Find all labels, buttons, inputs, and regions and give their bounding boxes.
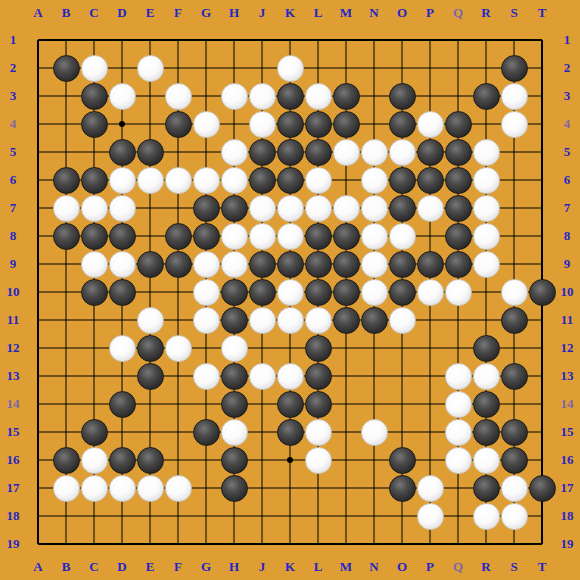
intersection-N5[interactable] bbox=[360, 138, 388, 166]
intersection-P19[interactable] bbox=[416, 530, 444, 558]
intersection-H8[interactable] bbox=[220, 222, 248, 250]
intersection-E5[interactable] bbox=[136, 138, 164, 166]
intersection-K18[interactable] bbox=[276, 502, 304, 530]
intersection-E3[interactable] bbox=[136, 82, 164, 110]
intersection-B16[interactable] bbox=[52, 446, 80, 474]
intersection-B15[interactable] bbox=[52, 418, 80, 446]
intersection-G12[interactable] bbox=[192, 334, 220, 362]
intersection-E2[interactable] bbox=[136, 54, 164, 82]
intersection-A9[interactable] bbox=[24, 250, 52, 278]
intersection-R1[interactable] bbox=[472, 26, 500, 54]
intersection-O9[interactable] bbox=[388, 250, 416, 278]
intersection-C12[interactable] bbox=[80, 334, 108, 362]
intersection-J6[interactable] bbox=[248, 166, 276, 194]
intersection-T5[interactable] bbox=[528, 138, 556, 166]
intersection-H7[interactable] bbox=[220, 194, 248, 222]
intersection-G6[interactable] bbox=[192, 166, 220, 194]
intersection-Q19[interactable] bbox=[444, 530, 472, 558]
intersection-F1[interactable] bbox=[164, 26, 192, 54]
intersection-K6[interactable] bbox=[276, 166, 304, 194]
intersection-M4[interactable] bbox=[332, 110, 360, 138]
intersection-J8[interactable] bbox=[248, 222, 276, 250]
intersection-J13[interactable] bbox=[248, 362, 276, 390]
intersection-E10[interactable] bbox=[136, 278, 164, 306]
intersection-T10[interactable] bbox=[528, 278, 556, 306]
intersection-F18[interactable] bbox=[164, 502, 192, 530]
intersection-C9[interactable] bbox=[80, 250, 108, 278]
intersection-L7[interactable] bbox=[304, 194, 332, 222]
intersection-A11[interactable] bbox=[24, 306, 52, 334]
intersection-C11[interactable] bbox=[80, 306, 108, 334]
intersection-A4[interactable] bbox=[24, 110, 52, 138]
intersection-G3[interactable] bbox=[192, 82, 220, 110]
intersection-C19[interactable] bbox=[80, 530, 108, 558]
intersection-C18[interactable] bbox=[80, 502, 108, 530]
intersection-A3[interactable] bbox=[24, 82, 52, 110]
intersection-R4[interactable] bbox=[472, 110, 500, 138]
intersection-T1[interactable] bbox=[528, 26, 556, 54]
intersection-K8[interactable] bbox=[276, 222, 304, 250]
intersection-O11[interactable] bbox=[388, 306, 416, 334]
intersection-J1[interactable] bbox=[248, 26, 276, 54]
intersection-O3[interactable] bbox=[388, 82, 416, 110]
intersection-F11[interactable] bbox=[164, 306, 192, 334]
intersection-D16[interactable] bbox=[108, 446, 136, 474]
intersection-B9[interactable] bbox=[52, 250, 80, 278]
intersection-F19[interactable] bbox=[164, 530, 192, 558]
intersection-K19[interactable] bbox=[276, 530, 304, 558]
intersection-R2[interactable] bbox=[472, 54, 500, 82]
intersection-B5[interactable] bbox=[52, 138, 80, 166]
intersection-Q12[interactable] bbox=[444, 334, 472, 362]
intersection-H13[interactable] bbox=[220, 362, 248, 390]
intersection-D2[interactable] bbox=[108, 54, 136, 82]
intersection-B12[interactable] bbox=[52, 334, 80, 362]
intersection-C10[interactable] bbox=[80, 278, 108, 306]
intersection-M15[interactable] bbox=[332, 418, 360, 446]
intersection-M12[interactable] bbox=[332, 334, 360, 362]
intersection-P3[interactable] bbox=[416, 82, 444, 110]
intersection-F7[interactable] bbox=[164, 194, 192, 222]
intersection-S18[interactable] bbox=[500, 502, 528, 530]
intersection-E14[interactable] bbox=[136, 390, 164, 418]
intersection-D19[interactable] bbox=[108, 530, 136, 558]
intersection-B7[interactable] bbox=[52, 194, 80, 222]
intersection-B1[interactable] bbox=[52, 26, 80, 54]
intersection-K5[interactable] bbox=[276, 138, 304, 166]
intersection-L11[interactable] bbox=[304, 306, 332, 334]
intersection-P5[interactable] bbox=[416, 138, 444, 166]
intersection-Q11[interactable] bbox=[444, 306, 472, 334]
intersection-O4[interactable] bbox=[388, 110, 416, 138]
intersection-P11[interactable] bbox=[416, 306, 444, 334]
intersection-B13[interactable] bbox=[52, 362, 80, 390]
intersection-P15[interactable] bbox=[416, 418, 444, 446]
intersection-T18[interactable] bbox=[528, 502, 556, 530]
intersection-N3[interactable] bbox=[360, 82, 388, 110]
intersection-T9[interactable] bbox=[528, 250, 556, 278]
intersection-F13[interactable] bbox=[164, 362, 192, 390]
intersection-N2[interactable] bbox=[360, 54, 388, 82]
intersection-P10[interactable] bbox=[416, 278, 444, 306]
intersection-E19[interactable] bbox=[136, 530, 164, 558]
intersection-N14[interactable] bbox=[360, 390, 388, 418]
intersection-D13[interactable] bbox=[108, 362, 136, 390]
intersection-G5[interactable] bbox=[192, 138, 220, 166]
intersection-N13[interactable] bbox=[360, 362, 388, 390]
intersection-E11[interactable] bbox=[136, 306, 164, 334]
intersection-Q15[interactable] bbox=[444, 418, 472, 446]
intersection-A16[interactable] bbox=[24, 446, 52, 474]
intersection-K9[interactable] bbox=[276, 250, 304, 278]
intersection-B18[interactable] bbox=[52, 502, 80, 530]
intersection-A10[interactable] bbox=[24, 278, 52, 306]
intersection-B6[interactable] bbox=[52, 166, 80, 194]
intersection-T2[interactable] bbox=[528, 54, 556, 82]
intersection-T11[interactable] bbox=[528, 306, 556, 334]
intersection-F14[interactable] bbox=[164, 390, 192, 418]
intersection-S3[interactable] bbox=[500, 82, 528, 110]
intersection-F4[interactable] bbox=[164, 110, 192, 138]
intersection-M2[interactable] bbox=[332, 54, 360, 82]
intersection-S12[interactable] bbox=[500, 334, 528, 362]
intersection-F8[interactable] bbox=[164, 222, 192, 250]
intersection-R16[interactable] bbox=[472, 446, 500, 474]
intersection-J14[interactable] bbox=[248, 390, 276, 418]
intersection-H11[interactable] bbox=[220, 306, 248, 334]
intersection-M19[interactable] bbox=[332, 530, 360, 558]
intersection-E6[interactable] bbox=[136, 166, 164, 194]
intersection-F6[interactable] bbox=[164, 166, 192, 194]
intersection-D17[interactable] bbox=[108, 474, 136, 502]
intersection-S16[interactable] bbox=[500, 446, 528, 474]
intersection-C2[interactable] bbox=[80, 54, 108, 82]
intersection-E16[interactable] bbox=[136, 446, 164, 474]
intersection-N6[interactable] bbox=[360, 166, 388, 194]
intersection-B4[interactable] bbox=[52, 110, 80, 138]
intersection-O18[interactable] bbox=[388, 502, 416, 530]
intersection-D10[interactable] bbox=[108, 278, 136, 306]
intersection-E4[interactable] bbox=[136, 110, 164, 138]
intersection-A18[interactable] bbox=[24, 502, 52, 530]
intersection-H3[interactable] bbox=[220, 82, 248, 110]
intersection-O10[interactable] bbox=[388, 278, 416, 306]
intersection-K13[interactable] bbox=[276, 362, 304, 390]
intersection-P13[interactable] bbox=[416, 362, 444, 390]
intersection-S6[interactable] bbox=[500, 166, 528, 194]
intersection-D15[interactable] bbox=[108, 418, 136, 446]
intersection-C1[interactable] bbox=[80, 26, 108, 54]
intersection-T7[interactable] bbox=[528, 194, 556, 222]
intersection-H17[interactable] bbox=[220, 474, 248, 502]
intersection-P9[interactable] bbox=[416, 250, 444, 278]
intersection-E1[interactable] bbox=[136, 26, 164, 54]
intersection-L12[interactable] bbox=[304, 334, 332, 362]
intersection-J12[interactable] bbox=[248, 334, 276, 362]
intersection-K3[interactable] bbox=[276, 82, 304, 110]
intersection-K11[interactable] bbox=[276, 306, 304, 334]
intersection-S2[interactable] bbox=[500, 54, 528, 82]
intersection-K1[interactable] bbox=[276, 26, 304, 54]
intersection-G9[interactable] bbox=[192, 250, 220, 278]
intersection-O5[interactable] bbox=[388, 138, 416, 166]
intersection-T19[interactable] bbox=[528, 530, 556, 558]
intersection-D8[interactable] bbox=[108, 222, 136, 250]
intersection-P1[interactable] bbox=[416, 26, 444, 54]
intersection-C16[interactable] bbox=[80, 446, 108, 474]
intersection-L6[interactable] bbox=[304, 166, 332, 194]
intersection-G7[interactable] bbox=[192, 194, 220, 222]
intersection-J18[interactable] bbox=[248, 502, 276, 530]
intersection-L2[interactable] bbox=[304, 54, 332, 82]
intersection-N17[interactable] bbox=[360, 474, 388, 502]
intersection-Q2[interactable] bbox=[444, 54, 472, 82]
intersection-M13[interactable] bbox=[332, 362, 360, 390]
intersection-K12[interactable] bbox=[276, 334, 304, 362]
intersection-M7[interactable] bbox=[332, 194, 360, 222]
intersection-S13[interactable] bbox=[500, 362, 528, 390]
intersection-M3[interactable] bbox=[332, 82, 360, 110]
intersection-M1[interactable] bbox=[332, 26, 360, 54]
intersection-O6[interactable] bbox=[388, 166, 416, 194]
intersection-S1[interactable] bbox=[500, 26, 528, 54]
intersection-G4[interactable] bbox=[192, 110, 220, 138]
intersection-T16[interactable] bbox=[528, 446, 556, 474]
intersection-L15[interactable] bbox=[304, 418, 332, 446]
intersection-F10[interactable] bbox=[164, 278, 192, 306]
intersection-H12[interactable] bbox=[220, 334, 248, 362]
intersection-M18[interactable] bbox=[332, 502, 360, 530]
intersection-G18[interactable] bbox=[192, 502, 220, 530]
intersection-R18[interactable] bbox=[472, 502, 500, 530]
intersection-Q6[interactable] bbox=[444, 166, 472, 194]
intersection-S15[interactable] bbox=[500, 418, 528, 446]
intersection-N9[interactable] bbox=[360, 250, 388, 278]
intersection-B8[interactable] bbox=[52, 222, 80, 250]
intersection-Q10[interactable] bbox=[444, 278, 472, 306]
intersection-O16[interactable] bbox=[388, 446, 416, 474]
intersection-C4[interactable] bbox=[80, 110, 108, 138]
intersection-M8[interactable] bbox=[332, 222, 360, 250]
intersection-A1[interactable] bbox=[24, 26, 52, 54]
intersection-H1[interactable] bbox=[220, 26, 248, 54]
intersection-R15[interactable] bbox=[472, 418, 500, 446]
intersection-S19[interactable] bbox=[500, 530, 528, 558]
intersection-C3[interactable] bbox=[80, 82, 108, 110]
intersection-R12[interactable] bbox=[472, 334, 500, 362]
intersection-R9[interactable] bbox=[472, 250, 500, 278]
intersection-J17[interactable] bbox=[248, 474, 276, 502]
intersection-N8[interactable] bbox=[360, 222, 388, 250]
intersection-G11[interactable] bbox=[192, 306, 220, 334]
intersection-M6[interactable] bbox=[332, 166, 360, 194]
intersection-O12[interactable] bbox=[388, 334, 416, 362]
intersection-S10[interactable] bbox=[500, 278, 528, 306]
intersection-N18[interactable] bbox=[360, 502, 388, 530]
intersection-P7[interactable] bbox=[416, 194, 444, 222]
intersection-C6[interactable] bbox=[80, 166, 108, 194]
intersection-R7[interactable] bbox=[472, 194, 500, 222]
intersection-A8[interactable] bbox=[24, 222, 52, 250]
intersection-T6[interactable] bbox=[528, 166, 556, 194]
intersection-N7[interactable] bbox=[360, 194, 388, 222]
intersection-K14[interactable] bbox=[276, 390, 304, 418]
intersection-A12[interactable] bbox=[24, 334, 52, 362]
intersection-D3[interactable] bbox=[108, 82, 136, 110]
intersection-L19[interactable] bbox=[304, 530, 332, 558]
intersection-O14[interactable] bbox=[388, 390, 416, 418]
intersection-A13[interactable] bbox=[24, 362, 52, 390]
intersection-B10[interactable] bbox=[52, 278, 80, 306]
intersection-H18[interactable] bbox=[220, 502, 248, 530]
intersection-B11[interactable] bbox=[52, 306, 80, 334]
intersection-J15[interactable] bbox=[248, 418, 276, 446]
intersection-N4[interactable] bbox=[360, 110, 388, 138]
intersection-L3[interactable] bbox=[304, 82, 332, 110]
intersection-Q1[interactable] bbox=[444, 26, 472, 54]
intersection-E13[interactable] bbox=[136, 362, 164, 390]
intersection-S5[interactable] bbox=[500, 138, 528, 166]
intersection-K4[interactable] bbox=[276, 110, 304, 138]
intersection-C8[interactable] bbox=[80, 222, 108, 250]
intersection-S14[interactable] bbox=[500, 390, 528, 418]
intersection-J9[interactable] bbox=[248, 250, 276, 278]
intersection-C17[interactable] bbox=[80, 474, 108, 502]
intersection-P18[interactable] bbox=[416, 502, 444, 530]
intersection-M9[interactable] bbox=[332, 250, 360, 278]
intersection-E12[interactable] bbox=[136, 334, 164, 362]
intersection-Q8[interactable] bbox=[444, 222, 472, 250]
intersection-E15[interactable] bbox=[136, 418, 164, 446]
intersection-L8[interactable] bbox=[304, 222, 332, 250]
intersection-K17[interactable] bbox=[276, 474, 304, 502]
intersection-S4[interactable] bbox=[500, 110, 528, 138]
intersection-G8[interactable] bbox=[192, 222, 220, 250]
intersection-D5[interactable] bbox=[108, 138, 136, 166]
intersection-R17[interactable] bbox=[472, 474, 500, 502]
intersection-G2[interactable] bbox=[192, 54, 220, 82]
intersection-M10[interactable] bbox=[332, 278, 360, 306]
intersection-H9[interactable] bbox=[220, 250, 248, 278]
intersection-Q9[interactable] bbox=[444, 250, 472, 278]
intersection-R10[interactable] bbox=[472, 278, 500, 306]
intersection-E7[interactable] bbox=[136, 194, 164, 222]
intersection-T17[interactable] bbox=[528, 474, 556, 502]
intersection-R19[interactable] bbox=[472, 530, 500, 558]
intersection-B19[interactable] bbox=[52, 530, 80, 558]
intersection-Q3[interactable] bbox=[444, 82, 472, 110]
intersection-D7[interactable] bbox=[108, 194, 136, 222]
intersection-Q14[interactable] bbox=[444, 390, 472, 418]
intersection-A14[interactable] bbox=[24, 390, 52, 418]
intersection-F9[interactable] bbox=[164, 250, 192, 278]
intersection-D1[interactable] bbox=[108, 26, 136, 54]
intersection-H10[interactable] bbox=[220, 278, 248, 306]
intersection-E8[interactable] bbox=[136, 222, 164, 250]
intersection-J3[interactable] bbox=[248, 82, 276, 110]
intersection-H19[interactable] bbox=[220, 530, 248, 558]
intersection-C5[interactable] bbox=[80, 138, 108, 166]
intersection-T15[interactable] bbox=[528, 418, 556, 446]
intersection-H5[interactable] bbox=[220, 138, 248, 166]
intersection-F2[interactable] bbox=[164, 54, 192, 82]
intersection-Q13[interactable] bbox=[444, 362, 472, 390]
intersection-Q17[interactable] bbox=[444, 474, 472, 502]
intersection-Q16[interactable] bbox=[444, 446, 472, 474]
intersection-J10[interactable] bbox=[248, 278, 276, 306]
intersection-S11[interactable] bbox=[500, 306, 528, 334]
intersection-G1[interactable] bbox=[192, 26, 220, 54]
intersection-L10[interactable] bbox=[304, 278, 332, 306]
intersection-J16[interactable] bbox=[248, 446, 276, 474]
intersection-L17[interactable] bbox=[304, 474, 332, 502]
intersection-T12[interactable] bbox=[528, 334, 556, 362]
intersection-G17[interactable] bbox=[192, 474, 220, 502]
intersection-R11[interactable] bbox=[472, 306, 500, 334]
intersection-A17[interactable] bbox=[24, 474, 52, 502]
intersection-P2[interactable] bbox=[416, 54, 444, 82]
intersection-J11[interactable] bbox=[248, 306, 276, 334]
intersection-T3[interactable] bbox=[528, 82, 556, 110]
intersection-A5[interactable] bbox=[24, 138, 52, 166]
intersection-J2[interactable] bbox=[248, 54, 276, 82]
intersection-L5[interactable] bbox=[304, 138, 332, 166]
intersection-F3[interactable] bbox=[164, 82, 192, 110]
intersection-P6[interactable] bbox=[416, 166, 444, 194]
intersection-J5[interactable] bbox=[248, 138, 276, 166]
intersection-Q4[interactable] bbox=[444, 110, 472, 138]
intersection-Q5[interactable] bbox=[444, 138, 472, 166]
intersection-L13[interactable] bbox=[304, 362, 332, 390]
intersection-B3[interactable] bbox=[52, 82, 80, 110]
intersection-N15[interactable] bbox=[360, 418, 388, 446]
intersection-L4[interactable] bbox=[304, 110, 332, 138]
intersection-C15[interactable] bbox=[80, 418, 108, 446]
intersection-D6[interactable] bbox=[108, 166, 136, 194]
intersection-E17[interactable] bbox=[136, 474, 164, 502]
intersection-M17[interactable] bbox=[332, 474, 360, 502]
intersection-O15[interactable] bbox=[388, 418, 416, 446]
intersection-G19[interactable] bbox=[192, 530, 220, 558]
intersection-R8[interactable] bbox=[472, 222, 500, 250]
intersection-S7[interactable] bbox=[500, 194, 528, 222]
intersection-A7[interactable] bbox=[24, 194, 52, 222]
intersection-O2[interactable] bbox=[388, 54, 416, 82]
intersection-T8[interactable] bbox=[528, 222, 556, 250]
intersection-K16[interactable] bbox=[276, 446, 304, 474]
intersection-G14[interactable] bbox=[192, 390, 220, 418]
intersection-O7[interactable] bbox=[388, 194, 416, 222]
intersection-S9[interactable] bbox=[500, 250, 528, 278]
intersection-F15[interactable] bbox=[164, 418, 192, 446]
intersection-M11[interactable] bbox=[332, 306, 360, 334]
intersection-T13[interactable] bbox=[528, 362, 556, 390]
intersection-E9[interactable] bbox=[136, 250, 164, 278]
intersection-P8[interactable] bbox=[416, 222, 444, 250]
intersection-E18[interactable] bbox=[136, 502, 164, 530]
intersection-R5[interactable] bbox=[472, 138, 500, 166]
intersection-M5[interactable] bbox=[332, 138, 360, 166]
intersection-F16[interactable] bbox=[164, 446, 192, 474]
intersection-H6[interactable] bbox=[220, 166, 248, 194]
intersection-B14[interactable] bbox=[52, 390, 80, 418]
intersection-R3[interactable] bbox=[472, 82, 500, 110]
intersection-L9[interactable] bbox=[304, 250, 332, 278]
intersection-A15[interactable] bbox=[24, 418, 52, 446]
intersection-N12[interactable] bbox=[360, 334, 388, 362]
intersection-G10[interactable] bbox=[192, 278, 220, 306]
intersection-N11[interactable] bbox=[360, 306, 388, 334]
